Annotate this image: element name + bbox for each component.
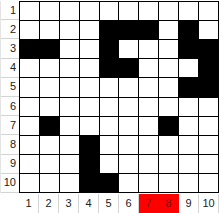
grid-cell-r1c1[interactable] xyxy=(20,2,39,20)
grid-cell-r3c10[interactable] xyxy=(199,40,218,58)
grid-cell-r9c9[interactable] xyxy=(179,155,198,173)
grid-cell-r4c3[interactable] xyxy=(60,59,79,77)
grid-cell-r6c1[interactable] xyxy=(20,98,39,116)
grid-cell-r8c2[interactable] xyxy=(40,136,59,154)
grid-cell-r10c4[interactable] xyxy=(80,174,99,192)
grid-cell-r6c2[interactable] xyxy=(40,98,59,116)
grid-cell-r6c9[interactable] xyxy=(179,98,198,116)
row-label: 8 xyxy=(1,135,19,154)
row-label: 1 xyxy=(1,1,19,20)
row-label: 4 xyxy=(1,59,19,78)
grid-cell-r3c8[interactable] xyxy=(159,40,178,58)
grid-cell-r1c7[interactable] xyxy=(139,2,158,20)
col-label: 10 xyxy=(199,194,219,213)
grid-cell-r1c2[interactable] xyxy=(40,2,59,20)
grid-cell-r8c3[interactable] xyxy=(60,136,79,154)
grid-cell-r6c5[interactable] xyxy=(100,98,119,116)
grid-cell-r2c4[interactable] xyxy=(80,21,99,39)
grid-cell-r9c3[interactable] xyxy=(60,155,79,173)
grid-cell-r8c5[interactable] xyxy=(100,136,119,154)
grid-cell-r8c4[interactable] xyxy=(80,136,99,154)
grid-cell-r10c2[interactable] xyxy=(40,174,59,192)
grid-cell-r1c3[interactable] xyxy=(60,2,79,20)
grid-cell-r9c8[interactable] xyxy=(159,155,178,173)
grid-cell-r2c7[interactable] xyxy=(139,21,158,39)
grid-cell-r2c6[interactable] xyxy=(119,21,138,39)
grid-cell-r3c1[interactable] xyxy=(20,40,39,58)
grid-cell-r9c4[interactable] xyxy=(80,155,99,173)
grid-cell-r5c10[interactable] xyxy=(199,78,218,96)
grid-cell-r2c10[interactable] xyxy=(199,21,218,39)
grid-cell-r5c2[interactable] xyxy=(40,78,59,96)
grid-cell-r8c7[interactable] xyxy=(139,136,158,154)
col-label: 1 xyxy=(19,194,39,213)
grid-cell-r5c8[interactable] xyxy=(159,78,178,96)
puzzle-board: 12345678910 12345678910 xyxy=(0,0,219,213)
grid-cell-r4c2[interactable] xyxy=(40,59,59,77)
grid-cell-r9c1[interactable] xyxy=(20,155,39,173)
grid-cell-r1c6[interactable] xyxy=(119,2,138,20)
col-label: 9 xyxy=(179,194,199,213)
grid-cell-r3c2[interactable] xyxy=(40,40,59,58)
grid-cell-r2c9[interactable] xyxy=(179,21,198,39)
grid-cell-r8c1[interactable] xyxy=(20,136,39,154)
grid-cell-r7c4[interactable] xyxy=(80,117,99,135)
grid-cell-r1c10[interactable] xyxy=(199,2,218,20)
grid-cell-r1c4[interactable] xyxy=(80,2,99,20)
col-label-highlighted: 8 xyxy=(159,194,179,213)
grid-cell-r9c6[interactable] xyxy=(119,155,138,173)
grid-cell-r5c6[interactable] xyxy=(119,78,138,96)
row-label: 9 xyxy=(1,155,19,174)
grid-cell-r5c5[interactable] xyxy=(100,78,119,96)
row-label: 6 xyxy=(1,97,19,116)
grid-cell-r7c1[interactable] xyxy=(20,117,39,135)
grid-cell-r2c8[interactable] xyxy=(159,21,178,39)
grid-cell-r5c7[interactable] xyxy=(139,78,158,96)
grid-cell-r4c5[interactable] xyxy=(100,59,119,77)
grid-cell-r2c3[interactable] xyxy=(60,21,79,39)
grid-cell-r3c7[interactable] xyxy=(139,40,158,58)
grid-cell-r10c3[interactable] xyxy=(60,174,79,192)
row-labels: 12345678910 xyxy=(0,1,19,193)
col-label: 4 xyxy=(79,194,99,213)
col-label: 6 xyxy=(119,194,139,213)
row-label: 10 xyxy=(1,174,19,193)
grid-cell-r2c1[interactable] xyxy=(20,21,39,39)
grid-cell-r10c5[interactable] xyxy=(100,174,119,192)
grid-cell-r5c3[interactable] xyxy=(60,78,79,96)
grid-cell-r9c5[interactable] xyxy=(100,155,119,173)
grid-cell-r2c5[interactable] xyxy=(100,21,119,39)
grid-cell-r10c9[interactable] xyxy=(179,174,198,192)
grid-cell-r4c9[interactable] xyxy=(179,59,198,77)
grid-cell-r10c8[interactable] xyxy=(159,174,178,192)
grid-cell-r7c7[interactable] xyxy=(139,117,158,135)
col-label-highlighted: 7 xyxy=(139,194,159,213)
grid-cell-r6c6[interactable] xyxy=(119,98,138,116)
grid-cell-r7c9[interactable] xyxy=(179,117,198,135)
row-label: 7 xyxy=(1,116,19,135)
col-label: 2 xyxy=(39,194,59,213)
grid-cell-r9c7[interactable] xyxy=(139,155,158,173)
grid-cell-r4c8[interactable] xyxy=(159,59,178,77)
grid-cell-r6c8[interactable] xyxy=(159,98,178,116)
grid-cell-r4c6[interactable] xyxy=(119,59,138,77)
grid-cell-r8c9[interactable] xyxy=(179,136,198,154)
grid-cell-r2c2[interactable] xyxy=(40,21,59,39)
grid-cell-r8c10[interactable] xyxy=(199,136,218,154)
grid-cell-r6c3[interactable] xyxy=(60,98,79,116)
grid-cell-r4c7[interactable] xyxy=(139,59,158,77)
row-label: 2 xyxy=(1,20,19,39)
grid-cell-r7c10[interactable] xyxy=(199,117,218,135)
grid-cell-r7c3[interactable] xyxy=(60,117,79,135)
grid-cell-r3c5[interactable] xyxy=(100,40,119,58)
grid-cell-r6c10[interactable] xyxy=(199,98,218,116)
grid-cell-r10c6[interactable] xyxy=(119,174,138,192)
grid-cell-r5c1[interactable] xyxy=(20,78,39,96)
grid-cell-r4c1[interactable] xyxy=(20,59,39,77)
grid-cell-r3c3[interactable] xyxy=(60,40,79,58)
grid-cell-r10c1[interactable] xyxy=(20,174,39,192)
grid-cell-r7c2[interactable] xyxy=(40,117,59,135)
grid-cell-r1c8[interactable] xyxy=(159,2,178,20)
col-labels: 12345678910 xyxy=(19,194,219,213)
row-label: 5 xyxy=(1,78,19,97)
grid-cell-r7c6[interactable] xyxy=(119,117,138,135)
grid-cell-r4c4[interactable] xyxy=(80,59,99,77)
grid-cell-r7c5[interactable] xyxy=(100,117,119,135)
grid-cell-r3c4[interactable] xyxy=(80,40,99,58)
grid-cell-r10c10[interactable] xyxy=(199,174,218,192)
grid-cell-r7c8[interactable] xyxy=(159,117,178,135)
row-label: 3 xyxy=(1,39,19,58)
grid-cell-r3c9[interactable] xyxy=(179,40,198,58)
grid-cell-r1c5[interactable] xyxy=(100,2,119,20)
grid-cell-r1c9[interactable] xyxy=(179,2,198,20)
col-label: 5 xyxy=(99,194,119,213)
grid-cell-r6c4[interactable] xyxy=(80,98,99,116)
grid-cell-r5c4[interactable] xyxy=(80,78,99,96)
grid-cell-r9c10[interactable] xyxy=(199,155,218,173)
grid-cell-r10c7[interactable] xyxy=(139,174,158,192)
grid-cell-r9c2[interactable] xyxy=(40,155,59,173)
grid-cell-r8c6[interactable] xyxy=(119,136,138,154)
grid-cell-r4c10[interactable] xyxy=(199,59,218,77)
puzzle-grid xyxy=(19,1,219,193)
grid-cell-r6c7[interactable] xyxy=(139,98,158,116)
grid-cell-r5c9[interactable] xyxy=(179,78,198,96)
col-label: 3 xyxy=(59,194,79,213)
grid-cell-r8c8[interactable] xyxy=(159,136,178,154)
grid-cell-r3c6[interactable] xyxy=(119,40,138,58)
